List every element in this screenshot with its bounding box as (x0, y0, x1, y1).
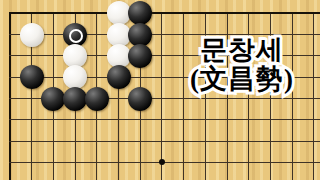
grid-vertical-line (161, 12, 162, 180)
title-overlay: 문창세 (文昌勢) (168, 36, 316, 94)
grid-horizontal-line (9, 119, 320, 120)
black-stone (63, 23, 87, 47)
grid-horizontal-line (9, 141, 320, 142)
black-stone (41, 87, 65, 111)
go-board-diagram: 문창세 (文昌勢) (0, 0, 320, 180)
title-hanja: (文昌勢) (168, 65, 316, 94)
black-stone (63, 87, 87, 111)
black-stone (107, 65, 131, 89)
circle-marker-icon (69, 29, 83, 43)
black-stone (128, 44, 152, 68)
black-stone (128, 87, 152, 111)
star-point (159, 159, 165, 165)
black-stone (20, 65, 44, 89)
white-stone (63, 65, 87, 89)
white-stone (20, 23, 44, 47)
white-stone (107, 23, 131, 47)
title-korean: 문창세 (168, 36, 316, 65)
white-stone (107, 1, 131, 25)
grid-vertical-line (9, 12, 11, 180)
black-stone (85, 87, 109, 111)
black-stone (128, 1, 152, 25)
black-stone (128, 23, 152, 47)
grid-horizontal-line (9, 12, 320, 14)
